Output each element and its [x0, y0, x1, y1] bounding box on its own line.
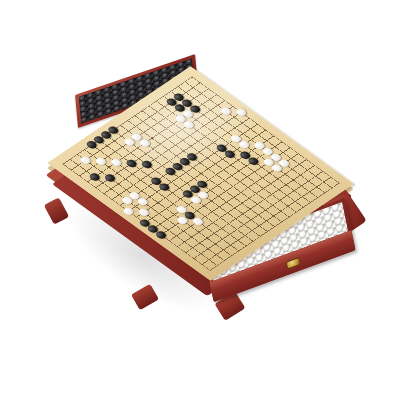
hoshi-point: [150, 137, 154, 140]
go-stone-white: [121, 206, 135, 216]
hoshi-point: [205, 237, 209, 240]
go-stone-white: [234, 107, 248, 117]
go-stone-black: [102, 173, 116, 183]
go-stone-white: [78, 155, 92, 165]
go-table-scene: [0, 0, 400, 400]
drawer-brass-handle: [286, 257, 301, 270]
hoshi-point: [156, 201, 160, 204]
hoshi-point: [106, 166, 110, 169]
go-stone-white: [218, 106, 232, 116]
hoshi-point: [199, 172, 203, 175]
go-stone-white: [136, 207, 150, 217]
go-stone-black: [139, 160, 153, 170]
go-stone-black: [124, 159, 138, 169]
go-stone-black: [87, 172, 101, 182]
hoshi-point: [291, 179, 295, 182]
hoshi-point: [248, 208, 252, 211]
go-stone-white: [109, 157, 123, 167]
go-stone-white: [93, 156, 107, 166]
